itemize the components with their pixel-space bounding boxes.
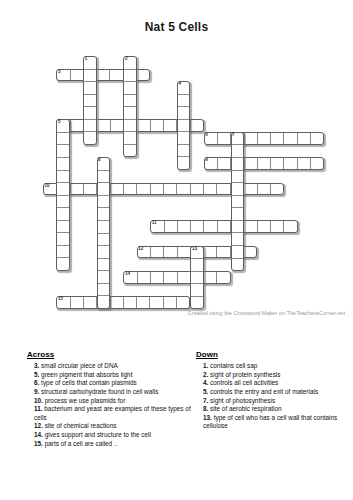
word-box-4-down bbox=[177, 81, 190, 170]
clue-down-2: 2. sight of protein synthesis bbox=[196, 371, 350, 380]
cell bbox=[57, 233, 68, 246]
cell bbox=[151, 120, 164, 131]
cell bbox=[218, 133, 231, 144]
word-box-15-across bbox=[56, 296, 190, 309]
cell bbox=[84, 95, 95, 108]
cell bbox=[44, 184, 57, 195]
cell bbox=[98, 183, 109, 196]
cell bbox=[298, 158, 311, 169]
word-box-14-across bbox=[123, 271, 230, 284]
clue-number-label: 9. bbox=[34, 388, 41, 395]
cell bbox=[124, 57, 135, 70]
cell bbox=[98, 246, 109, 259]
cell bbox=[84, 297, 97, 308]
cell bbox=[124, 120, 135, 133]
cell bbox=[111, 297, 124, 308]
clue-number-label: 15. bbox=[34, 440, 45, 447]
cell bbox=[232, 208, 243, 221]
cell bbox=[57, 120, 68, 133]
cell bbox=[232, 158, 243, 171]
cell bbox=[218, 221, 231, 232]
cell bbox=[178, 157, 189, 169]
across-clue-list: 3. small circular piece of DNA5. green p… bbox=[27, 362, 195, 448]
clue-across-6: 6. type of cells that contain plasmids bbox=[27, 379, 195, 388]
worksheet-page: Nat 5 Cells 123456789101112131415 Create… bbox=[0, 0, 353, 500]
cell bbox=[217, 247, 230, 258]
cell bbox=[84, 184, 97, 195]
clue-number-label: 12. bbox=[34, 422, 45, 429]
clue-number-label: 6. bbox=[34, 379, 41, 386]
cell bbox=[57, 297, 70, 308]
word-box-5-down bbox=[56, 119, 69, 271]
cell bbox=[164, 120, 177, 131]
cell bbox=[71, 297, 84, 308]
cell bbox=[298, 133, 311, 144]
cell bbox=[111, 120, 124, 131]
clue-number-label: 2. bbox=[203, 371, 210, 378]
cell bbox=[164, 272, 177, 283]
cell bbox=[57, 171, 68, 184]
cell bbox=[71, 184, 84, 195]
cell bbox=[71, 120, 84, 131]
cell bbox=[164, 297, 177, 308]
clue-across-14: 14. gives support and structure to the c… bbox=[27, 431, 195, 440]
clue-across-15: 15. parts of a cell are called .. bbox=[27, 440, 195, 449]
clue-across-5: 5. green pigment that absorbs light bbox=[27, 371, 195, 380]
word-box-13-down bbox=[190, 246, 203, 309]
clue-across-9: 9. structural carbohydrate found in cell… bbox=[27, 388, 195, 397]
cell bbox=[258, 221, 271, 232]
cell bbox=[191, 221, 204, 232]
cell bbox=[204, 272, 217, 283]
cell bbox=[178, 107, 189, 120]
cell bbox=[138, 247, 151, 258]
credit-text: Created using the Crossword Maker on The… bbox=[188, 310, 345, 316]
cell bbox=[110, 70, 123, 81]
cell bbox=[232, 246, 243, 259]
word-box-10-across bbox=[43, 183, 284, 196]
cell bbox=[98, 234, 109, 247]
cell bbox=[258, 133, 271, 144]
cell bbox=[57, 70, 70, 81]
clue-number-label: 5. bbox=[34, 371, 41, 378]
cell bbox=[124, 132, 135, 145]
cell bbox=[84, 107, 95, 120]
cell bbox=[178, 132, 189, 145]
across-clues-section: Across 3. small circular piece of DNA5. … bbox=[27, 350, 195, 448]
cell bbox=[124, 70, 135, 83]
cell bbox=[97, 70, 110, 81]
cell bbox=[98, 296, 109, 308]
cell bbox=[205, 158, 218, 169]
cell bbox=[137, 120, 150, 131]
clue-number-label: 13. bbox=[203, 414, 214, 421]
word-box-1-down bbox=[83, 56, 96, 145]
cell bbox=[191, 120, 203, 131]
cell bbox=[124, 272, 137, 283]
word-box-11-across bbox=[150, 220, 297, 233]
cell bbox=[137, 297, 150, 308]
cell bbox=[191, 284, 202, 296]
cell bbox=[232, 233, 243, 246]
word-box-7-down bbox=[231, 132, 244, 271]
cell bbox=[84, 57, 95, 70]
cell bbox=[71, 70, 84, 81]
cell bbox=[232, 145, 243, 158]
cell bbox=[137, 184, 150, 195]
cell bbox=[98, 208, 109, 221]
cell bbox=[150, 297, 163, 308]
cell bbox=[204, 184, 217, 195]
cell bbox=[232, 171, 243, 184]
word-box-9-across bbox=[204, 157, 325, 170]
word-box-2-down bbox=[123, 56, 136, 157]
cell bbox=[258, 184, 271, 195]
cell bbox=[244, 184, 257, 195]
cell bbox=[98, 221, 109, 234]
cell bbox=[84, 70, 95, 83]
cell bbox=[151, 184, 164, 195]
word-box-6-across bbox=[204, 132, 325, 145]
clue-number-label: 5. bbox=[203, 388, 210, 395]
clue-down-8: 8. site of aerobic respiration bbox=[196, 405, 350, 414]
clue-number-label: 10. bbox=[34, 397, 45, 404]
cell bbox=[244, 247, 256, 258]
cell bbox=[84, 132, 95, 144]
cell bbox=[57, 133, 68, 146]
cell bbox=[177, 297, 189, 308]
cell bbox=[245, 133, 258, 144]
cell bbox=[177, 184, 190, 195]
cell bbox=[57, 183, 68, 196]
cell bbox=[178, 247, 191, 258]
clue-across-12: 12. site of chemical reactions bbox=[27, 422, 195, 431]
cell bbox=[258, 158, 271, 169]
cell bbox=[232, 183, 243, 196]
cell bbox=[57, 158, 68, 171]
cell bbox=[98, 158, 109, 171]
clue-across-11: 11. bacterium and yeast are examples of … bbox=[27, 405, 195, 422]
cell bbox=[178, 272, 191, 283]
cell bbox=[191, 259, 202, 271]
cell bbox=[124, 82, 135, 95]
cell bbox=[232, 221, 243, 234]
clue-number-label: 3. bbox=[34, 362, 41, 369]
cell bbox=[98, 259, 109, 272]
clue-number-label: 11. bbox=[34, 405, 44, 412]
clue-down-13: 13. type of cell who has a cell wall tha… bbox=[196, 414, 350, 431]
cell bbox=[57, 221, 68, 234]
cell bbox=[138, 272, 151, 283]
cell bbox=[284, 133, 297, 144]
cell bbox=[164, 247, 177, 258]
cell bbox=[311, 158, 323, 169]
cell bbox=[311, 133, 323, 144]
cell bbox=[217, 184, 230, 195]
cell bbox=[191, 247, 202, 259]
clue-number-label: 7. bbox=[203, 397, 210, 404]
clue-across-3: 3. small circular piece of DNA bbox=[27, 362, 195, 371]
cell bbox=[57, 208, 68, 221]
cell bbox=[165, 221, 178, 232]
cell bbox=[205, 133, 218, 144]
cell bbox=[124, 184, 137, 195]
cell bbox=[124, 145, 135, 157]
cell bbox=[191, 272, 202, 284]
clue-down-7: 7. sight of photosynthesis bbox=[196, 397, 350, 406]
cell bbox=[124, 95, 135, 108]
cell bbox=[84, 82, 95, 95]
cell bbox=[232, 259, 243, 271]
cell bbox=[204, 247, 217, 258]
cell bbox=[98, 271, 109, 284]
cell bbox=[245, 158, 258, 169]
clue-across-10: 10. process we use plasmids for bbox=[27, 397, 195, 406]
cell bbox=[232, 133, 243, 146]
cell bbox=[178, 95, 189, 108]
clue-down-1: 1. contains cell sap bbox=[196, 362, 350, 371]
cell bbox=[178, 82, 189, 95]
down-clues-section: Down 1. contains cell sap2. sight of pro… bbox=[196, 350, 350, 431]
cell bbox=[284, 221, 296, 232]
cell bbox=[244, 221, 257, 232]
cell bbox=[217, 272, 229, 283]
cell bbox=[57, 196, 68, 209]
cell bbox=[98, 171, 109, 184]
cell bbox=[178, 221, 191, 232]
cell bbox=[151, 272, 164, 283]
cell bbox=[164, 184, 177, 195]
cell bbox=[57, 258, 68, 270]
clue-number-label: 1. bbox=[203, 362, 210, 369]
puzzle-title: Nat 5 Cells bbox=[0, 20, 353, 34]
cell bbox=[271, 133, 284, 144]
cell bbox=[191, 184, 204, 195]
cell bbox=[137, 70, 149, 81]
cell bbox=[178, 145, 189, 158]
cell bbox=[151, 247, 164, 258]
cell bbox=[271, 158, 284, 169]
clue-number-label: 4. bbox=[203, 379, 210, 386]
cell bbox=[84, 120, 95, 133]
cell bbox=[271, 184, 283, 195]
clue-number-label: 14. bbox=[34, 431, 45, 438]
cell bbox=[57, 246, 68, 259]
crossword-grid: 123456789101112131415 bbox=[43, 56, 325, 309]
cell bbox=[98, 284, 109, 297]
word-box-8-down bbox=[97, 157, 110, 309]
cell bbox=[57, 145, 68, 158]
cell bbox=[124, 107, 135, 120]
cell bbox=[98, 196, 109, 209]
cell bbox=[178, 120, 189, 133]
down-clue-list: 1. contains cell sap2. sight of protein … bbox=[196, 362, 350, 431]
cell bbox=[232, 196, 243, 209]
cell bbox=[97, 120, 110, 131]
clue-down-5: 5. controls the entry and exit of materi… bbox=[196, 388, 350, 397]
cell bbox=[124, 297, 137, 308]
cell bbox=[111, 184, 124, 195]
cell bbox=[284, 158, 297, 169]
down-header: Down bbox=[196, 350, 350, 359]
across-header: Across bbox=[27, 350, 195, 359]
cell bbox=[151, 221, 164, 232]
cell bbox=[204, 221, 217, 232]
cell bbox=[191, 297, 202, 308]
clue-number-label: 8. bbox=[203, 405, 210, 412]
cell bbox=[271, 221, 284, 232]
cell bbox=[218, 158, 231, 169]
clue-down-4: 4. controls all cell activities bbox=[196, 379, 350, 388]
